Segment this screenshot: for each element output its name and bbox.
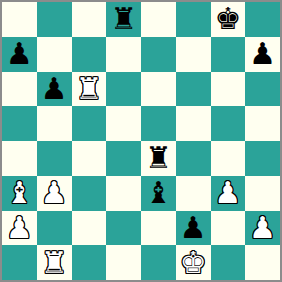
chess-board: ♜♚♟♟♟♜♜♝♟♝♟♟♟♟♜♚ [0,0,282,282]
square-d2[interactable] [106,211,141,246]
square-c2[interactable] [72,211,107,246]
square-e8[interactable] [141,2,176,37]
square-c1[interactable] [72,245,107,280]
square-g8[interactable]: ♚ [211,2,246,37]
square-d8[interactable]: ♜ [106,2,141,37]
square-e2[interactable] [141,211,176,246]
square-b2[interactable] [37,211,72,246]
square-c3[interactable] [72,176,107,211]
square-f3[interactable] [176,176,211,211]
square-f1[interactable]: ♚ [176,245,211,280]
square-e4[interactable]: ♜ [141,141,176,176]
piece-black-king: ♚ [214,4,241,34]
square-c8[interactable] [72,2,107,37]
square-g3[interactable]: ♟ [211,176,246,211]
square-e1[interactable] [141,245,176,280]
square-h5[interactable] [245,106,280,141]
piece-white-pawn: ♟ [214,178,241,208]
square-b6[interactable]: ♟ [37,72,72,107]
square-g5[interactable] [211,106,246,141]
square-b1[interactable]: ♜ [37,245,72,280]
square-a8[interactable] [2,2,37,37]
square-h6[interactable] [245,72,280,107]
square-c7[interactable] [72,37,107,72]
square-d6[interactable] [106,72,141,107]
piece-white-bishop: ♝ [6,178,33,208]
square-b5[interactable] [37,106,72,141]
square-e7[interactable] [141,37,176,72]
square-g7[interactable] [211,37,246,72]
square-a6[interactable] [2,72,37,107]
square-f8[interactable] [176,2,211,37]
square-a2[interactable]: ♟ [2,211,37,246]
square-f5[interactable] [176,106,211,141]
piece-black-pawn: ♟ [180,213,207,243]
square-h3[interactable] [245,176,280,211]
square-d1[interactable] [106,245,141,280]
piece-white-rook: ♜ [41,248,68,278]
square-h2[interactable]: ♟ [245,211,280,246]
piece-black-rook: ♜ [145,143,172,173]
square-h1[interactable] [245,245,280,280]
piece-white-king: ♚ [180,248,207,278]
square-c4[interactable] [72,141,107,176]
square-h4[interactable] [245,141,280,176]
piece-black-rook: ♜ [110,4,137,34]
piece-white-pawn: ♟ [6,213,33,243]
piece-white-pawn: ♟ [249,213,276,243]
square-g1[interactable] [211,245,246,280]
square-g2[interactable] [211,211,246,246]
piece-black-pawn: ♟ [41,74,68,104]
square-f6[interactable] [176,72,211,107]
square-d3[interactable] [106,176,141,211]
square-e5[interactable] [141,106,176,141]
square-a4[interactable] [2,141,37,176]
square-b7[interactable] [37,37,72,72]
square-b8[interactable] [37,2,72,37]
square-d7[interactable] [106,37,141,72]
piece-white-rook: ♜ [75,74,102,104]
square-a7[interactable]: ♟ [2,37,37,72]
square-c6[interactable]: ♜ [72,72,107,107]
square-d4[interactable] [106,141,141,176]
piece-black-pawn: ♟ [249,39,276,69]
piece-black-bishop: ♝ [145,178,172,208]
square-e3[interactable]: ♝ [141,176,176,211]
square-a1[interactable] [2,245,37,280]
square-e6[interactable] [141,72,176,107]
square-a3[interactable]: ♝ [2,176,37,211]
piece-white-pawn: ♟ [41,178,68,208]
square-b3[interactable]: ♟ [37,176,72,211]
square-g4[interactable] [211,141,246,176]
square-f2[interactable]: ♟ [176,211,211,246]
square-h8[interactable] [245,2,280,37]
square-g6[interactable] [211,72,246,107]
square-d5[interactable] [106,106,141,141]
square-c5[interactable] [72,106,107,141]
square-f7[interactable] [176,37,211,72]
piece-black-pawn: ♟ [6,39,33,69]
square-b4[interactable] [37,141,72,176]
square-a5[interactable] [2,106,37,141]
square-h7[interactable]: ♟ [245,37,280,72]
square-f4[interactable] [176,141,211,176]
